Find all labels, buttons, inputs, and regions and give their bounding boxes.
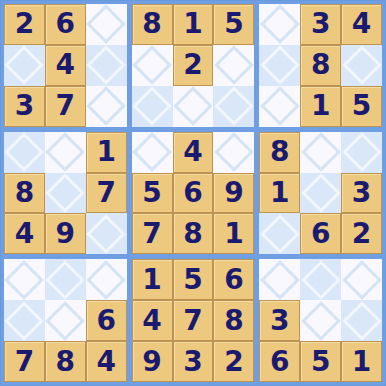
cell-r9c4: 9 bbox=[132, 341, 173, 382]
cell-r6c8: 6 bbox=[300, 213, 341, 254]
cell-r7c5: 5 bbox=[173, 259, 214, 300]
cell-r1c7[interactable] bbox=[259, 4, 300, 45]
empty-cell-diamond-icon bbox=[260, 260, 300, 300]
cell-r9c5: 3 bbox=[173, 341, 214, 382]
given-digit: 2 bbox=[352, 220, 371, 248]
given-digit: 4 bbox=[352, 10, 371, 38]
cell-r7c7[interactable] bbox=[259, 259, 300, 300]
cell-r7c9[interactable] bbox=[341, 259, 382, 300]
empty-cell-diamond-icon bbox=[46, 301, 86, 341]
cell-r3c6[interactable] bbox=[213, 86, 254, 127]
cell-r1c9: 4 bbox=[341, 4, 382, 45]
cell-r2c7[interactable] bbox=[259, 45, 300, 86]
cell-r4c2[interactable] bbox=[45, 132, 86, 173]
sudoku-box-2-2: 4569781 bbox=[132, 132, 255, 255]
cell-r6c2: 9 bbox=[45, 213, 86, 254]
given-digit: 1 bbox=[142, 266, 161, 294]
cell-r9c6: 2 bbox=[213, 341, 254, 382]
given-digit: 1 bbox=[311, 92, 330, 120]
given-digit: 1 bbox=[270, 179, 289, 207]
given-digit: 6 bbox=[224, 266, 243, 294]
sudoku-box-1-2: 8152 bbox=[132, 4, 255, 127]
given-digit: 9 bbox=[56, 220, 75, 248]
empty-cell-diamond-icon bbox=[342, 301, 382, 341]
cell-r8c6: 8 bbox=[213, 300, 254, 341]
cell-r5c3: 7 bbox=[86, 173, 127, 214]
cell-r9c7: 6 bbox=[259, 341, 300, 382]
cell-r5c7: 1 bbox=[259, 173, 300, 214]
cell-r2c2: 4 bbox=[45, 45, 86, 86]
given-digit: 5 bbox=[142, 179, 161, 207]
empty-cell-diamond-icon bbox=[86, 86, 126, 126]
empty-cell-diamond-icon bbox=[214, 86, 254, 126]
given-digit: 7 bbox=[183, 307, 202, 335]
given-digit: 4 bbox=[96, 348, 115, 376]
empty-cell-diamond-icon bbox=[260, 5, 300, 45]
empty-cell-diamond-icon bbox=[342, 46, 382, 86]
cell-r5c1: 8 bbox=[4, 173, 45, 214]
given-digit: 8 bbox=[183, 220, 202, 248]
cell-r9c8: 5 bbox=[300, 341, 341, 382]
cell-r2c5: 2 bbox=[173, 45, 214, 86]
empty-cell-diamond-icon bbox=[301, 260, 341, 300]
given-digit: 9 bbox=[224, 179, 243, 207]
given-digit: 5 bbox=[183, 266, 202, 294]
given-digit: 4 bbox=[15, 220, 34, 248]
given-digit: 6 bbox=[311, 220, 330, 248]
cell-r8c8[interactable] bbox=[300, 300, 341, 341]
given-digit: 7 bbox=[96, 179, 115, 207]
given-digit: 8 bbox=[311, 51, 330, 79]
empty-cell-diamond-icon bbox=[5, 301, 45, 341]
empty-cell-diamond-icon bbox=[301, 173, 341, 213]
empty-cell-diamond-icon bbox=[342, 132, 382, 172]
cell-r3c1: 3 bbox=[4, 86, 45, 127]
sudoku-box-1-1: 26437 bbox=[4, 4, 127, 127]
given-digit: 5 bbox=[352, 92, 371, 120]
cell-r4c7: 8 bbox=[259, 132, 300, 173]
cell-r4c6[interactable] bbox=[213, 132, 254, 173]
cell-r2c6[interactable] bbox=[213, 45, 254, 86]
empty-cell-diamond-icon bbox=[46, 173, 86, 213]
empty-cell-diamond-icon bbox=[86, 5, 126, 45]
given-digit: 3 bbox=[15, 92, 34, 120]
cell-r7c4: 1 bbox=[132, 259, 173, 300]
cell-r3c8: 1 bbox=[300, 86, 341, 127]
cell-r4c3: 1 bbox=[86, 132, 127, 173]
cell-r3c3[interactable] bbox=[86, 86, 127, 127]
sudoku-box-2-1: 18749 bbox=[4, 132, 127, 255]
cell-r3c7[interactable] bbox=[259, 86, 300, 127]
cell-r5c9: 3 bbox=[341, 173, 382, 214]
given-digit: 8 bbox=[270, 138, 289, 166]
cell-r1c2: 6 bbox=[45, 4, 86, 45]
empty-cell-diamond-icon bbox=[173, 86, 213, 126]
given-digit: 5 bbox=[311, 348, 330, 376]
cell-r6c6: 1 bbox=[213, 213, 254, 254]
cell-r4c5: 4 bbox=[173, 132, 214, 173]
cell-r5c2[interactable] bbox=[45, 173, 86, 214]
empty-cell-diamond-icon bbox=[214, 132, 254, 172]
given-digit: 5 bbox=[224, 10, 243, 38]
cell-r7c2[interactable] bbox=[45, 259, 86, 300]
empty-cell-diamond-icon bbox=[46, 132, 86, 172]
given-digit: 6 bbox=[270, 348, 289, 376]
cell-r3c5[interactable] bbox=[173, 86, 214, 127]
cell-r4c4[interactable] bbox=[132, 132, 173, 173]
cell-r6c5: 8 bbox=[173, 213, 214, 254]
sudoku-box-2-3: 81362 bbox=[259, 132, 382, 255]
empty-cell-diamond-icon bbox=[301, 301, 341, 341]
cell-r3c9: 5 bbox=[341, 86, 382, 127]
cell-r3c2: 7 bbox=[45, 86, 86, 127]
cell-r2c9[interactable] bbox=[341, 45, 382, 86]
empty-cell-diamond-icon bbox=[5, 260, 45, 300]
cell-r7c6: 6 bbox=[213, 259, 254, 300]
cell-r6c1: 4 bbox=[4, 213, 45, 254]
given-digit: 7 bbox=[56, 92, 75, 120]
cell-r5c5: 6 bbox=[173, 173, 214, 214]
empty-cell-diamond-icon bbox=[132, 46, 172, 86]
sudoku-box-3-3: 3651 bbox=[259, 259, 382, 382]
given-digit: 9 bbox=[142, 348, 161, 376]
empty-cell-diamond-icon bbox=[46, 260, 86, 300]
cell-r1c4: 8 bbox=[132, 4, 173, 45]
cell-r5c4: 5 bbox=[132, 173, 173, 214]
given-digit: 2 bbox=[224, 348, 243, 376]
given-digit: 6 bbox=[56, 10, 75, 38]
cell-r8c3: 6 bbox=[86, 300, 127, 341]
sudoku-board-inner: 2643781523481518749456978181362678415647… bbox=[3, 3, 383, 383]
cell-r4c8[interactable] bbox=[300, 132, 341, 173]
cell-r1c8: 3 bbox=[300, 4, 341, 45]
empty-cell-diamond-icon bbox=[5, 132, 45, 172]
given-digit: 8 bbox=[142, 10, 161, 38]
given-digit: 2 bbox=[15, 10, 34, 38]
given-digit: 8 bbox=[15, 179, 34, 207]
sudoku-box-1-3: 34815 bbox=[259, 4, 382, 127]
cell-r6c3[interactable] bbox=[86, 213, 127, 254]
cell-r7c1[interactable] bbox=[4, 259, 45, 300]
given-digit: 1 bbox=[183, 10, 202, 38]
cell-r8c2[interactable] bbox=[45, 300, 86, 341]
cell-r5c6: 9 bbox=[213, 173, 254, 214]
cell-r2c4[interactable] bbox=[132, 45, 173, 86]
cell-r8c1[interactable] bbox=[4, 300, 45, 341]
empty-cell-diamond-icon bbox=[301, 132, 341, 172]
cell-r1c6: 5 bbox=[213, 4, 254, 45]
given-digit: 3 bbox=[311, 10, 330, 38]
cell-r9c9: 1 bbox=[341, 341, 382, 382]
cell-r8c5: 7 bbox=[173, 300, 214, 341]
given-digit: 1 bbox=[224, 220, 243, 248]
empty-cell-diamond-icon bbox=[342, 260, 382, 300]
given-digit: 1 bbox=[96, 138, 115, 166]
cell-r2c3[interactable] bbox=[86, 45, 127, 86]
cell-r7c3[interactable] bbox=[86, 259, 127, 300]
cell-r7c8[interactable] bbox=[300, 259, 341, 300]
empty-cell-diamond-icon bbox=[260, 46, 300, 86]
given-digit: 3 bbox=[270, 307, 289, 335]
given-digit: 1 bbox=[352, 348, 371, 376]
cell-r8c7: 3 bbox=[259, 300, 300, 341]
empty-cell-diamond-icon bbox=[5, 46, 45, 86]
cell-r1c5: 1 bbox=[173, 4, 214, 45]
cell-r4c1[interactable] bbox=[4, 132, 45, 173]
empty-cell-diamond-icon bbox=[86, 214, 126, 254]
cell-r3c4[interactable] bbox=[132, 86, 173, 127]
cell-r1c3[interactable] bbox=[86, 4, 127, 45]
given-digit: 8 bbox=[56, 348, 75, 376]
given-digit: 3 bbox=[183, 348, 202, 376]
cell-r8c4: 4 bbox=[132, 300, 173, 341]
given-digit: 2 bbox=[183, 51, 202, 79]
cell-r6c9: 2 bbox=[341, 213, 382, 254]
given-digit: 8 bbox=[224, 307, 243, 335]
given-digit: 7 bbox=[15, 348, 34, 376]
cell-r9c3: 4 bbox=[86, 341, 127, 382]
empty-cell-diamond-icon bbox=[86, 260, 126, 300]
cell-r9c1: 7 bbox=[4, 341, 45, 382]
empty-cell-diamond-icon bbox=[214, 46, 254, 86]
cell-r8c9[interactable] bbox=[341, 300, 382, 341]
cell-r2c8: 8 bbox=[300, 45, 341, 86]
sudoku-box-3-2: 156478932 bbox=[132, 259, 255, 382]
sudoku-box-3-1: 6784 bbox=[4, 259, 127, 382]
cell-r4c9[interactable] bbox=[341, 132, 382, 173]
empty-cell-diamond-icon bbox=[132, 132, 172, 172]
cell-r1c1: 2 bbox=[4, 4, 45, 45]
sudoku-grid: 2643781523481518749456978181362678415647… bbox=[4, 4, 382, 382]
given-digit: 7 bbox=[142, 220, 161, 248]
empty-cell-diamond-icon bbox=[132, 86, 172, 126]
empty-cell-diamond-icon bbox=[86, 46, 126, 86]
given-digit: 3 bbox=[352, 179, 371, 207]
cell-r5c8[interactable] bbox=[300, 173, 341, 214]
empty-cell-diamond-icon bbox=[260, 86, 300, 126]
given-digit: 4 bbox=[56, 51, 75, 79]
sudoku-board: 2643781523481518749456978181362678415647… bbox=[0, 0, 386, 386]
cell-r9c2: 8 bbox=[45, 341, 86, 382]
empty-cell-diamond-icon bbox=[260, 214, 300, 254]
given-digit: 6 bbox=[96, 307, 115, 335]
cell-r6c4: 7 bbox=[132, 213, 173, 254]
cell-r6c7[interactable] bbox=[259, 213, 300, 254]
cell-r2c1[interactable] bbox=[4, 45, 45, 86]
given-digit: 4 bbox=[142, 307, 161, 335]
given-digit: 6 bbox=[183, 179, 202, 207]
given-digit: 4 bbox=[183, 138, 202, 166]
